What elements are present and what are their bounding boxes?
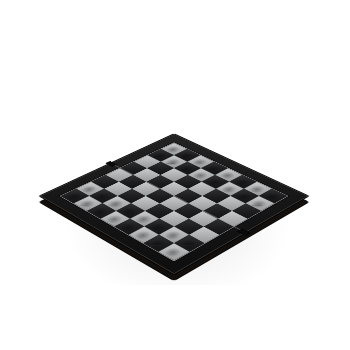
square-h6[interactable] bbox=[232, 203, 261, 218]
black-pawn-glyph: ♟ bbox=[205, 170, 219, 186]
white-pawn-glyph: ♟ bbox=[178, 230, 194, 247]
hinge-left-icon bbox=[107, 162, 116, 167]
black-pawn-glyph: ♟ bbox=[151, 144, 164, 159]
chess-board-3d: ♜♞♝♛♚♝♞♜♟♟♟♟♟♟♟♟♟♟♟♟♟♟♟♟♜♞♝♛♚♝♞♜ bbox=[79, 101, 269, 291]
board-tray: ♜♞♝♛♚♝♞♜♟♟♟♟♟♟♟♟♟♟♟♟♟♟♟♟♜♞♝♛♚♝♞♜ bbox=[40, 134, 309, 274]
black-pawn-glyph: ♟ bbox=[234, 184, 248, 200]
board-tray-top: ♜♞♝♛♚♝♞♜♟♟♟♟♟♟♟♟♟♟♟♟♟♟♟♟♜♞♝♛♚♝♞♜ bbox=[40, 134, 309, 274]
black-rook-glyph: ♜ bbox=[261, 181, 278, 200]
chess-board: ♜♞♝♛♚♝♞♜♟♟♟♟♟♟♟♟♟♟♟♟♟♟♟♟♜♞♝♛♚♝♞♜ bbox=[61, 143, 287, 261]
white-rook-glyph: ♜ bbox=[161, 235, 180, 256]
black-pawn-glyph: ♟ bbox=[220, 177, 234, 193]
black-pawn-glyph: ♟ bbox=[249, 191, 264, 207]
black-pawn-glyph: ♟ bbox=[177, 156, 191, 171]
product-photo-scene: ♜♞♝♛♚♝♞♜♟♟♟♟♟♟♟♟♟♟♟♟♟♟♟♟♜♞♝♛♚♝♞♜ bbox=[0, 0, 350, 350]
black-pawn-glyph: ♟ bbox=[191, 163, 205, 178]
square-d5[interactable] bbox=[160, 182, 188, 196]
black-pawn-glyph: ♟ bbox=[164, 150, 178, 165]
